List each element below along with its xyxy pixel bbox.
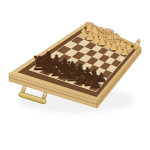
black-rook-h8: ♜ [89, 74, 102, 92]
chess-board-scene: ♜♞♟♝♟♛♟♚♟♝♟♞♟♜♟♟♟♟♟♜♟♞♟♝♟♛♟♚♟♝♞♜ [0, 0, 150, 150]
chess-set-product-photo: ♜♞♟♝♟♛♟♚♟♝♟♞♟♜♟♟♟♟♟♜♟♞♟♝♟♛♟♚♟♝♞♜ [0, 0, 150, 150]
white-pawn-h2: ♟ [120, 45, 129, 57]
